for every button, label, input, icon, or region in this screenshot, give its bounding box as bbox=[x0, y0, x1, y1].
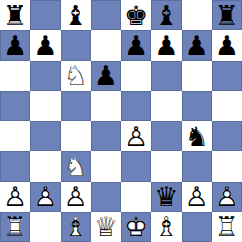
white-pawn-piece-outline: ♙ bbox=[215, 183, 239, 210]
square-a5[interactable] bbox=[0, 91, 30, 121]
square-c1[interactable]: ♝♗ bbox=[61, 212, 91, 242]
white-pawn-piece-outline: ♙ bbox=[124, 123, 148, 150]
square-e1[interactable]: ♚♔ bbox=[121, 212, 151, 242]
white-pawn-piece[interactable]: ♟♙ bbox=[61, 182, 91, 212]
square-f1[interactable]: ♝♗ bbox=[151, 212, 181, 242]
black-rook-piece[interactable]: ♜ bbox=[0, 0, 30, 30]
square-f8[interactable]: ♝ bbox=[151, 0, 181, 30]
square-b7[interactable]: ♟ bbox=[30, 30, 60, 60]
white-rook-piece[interactable]: ♜♖ bbox=[0, 212, 30, 242]
square-d1[interactable]: ♛♕ bbox=[91, 212, 121, 242]
square-c5[interactable] bbox=[61, 91, 91, 121]
black-knight-piece[interactable]: ♞ bbox=[182, 121, 212, 151]
square-d3[interactable] bbox=[91, 151, 121, 181]
square-a8[interactable]: ♜ bbox=[0, 0, 30, 30]
black-pawn-piece[interactable]: ♟ bbox=[91, 61, 121, 91]
square-c6[interactable]: ♞♘ bbox=[61, 61, 91, 91]
black-pawn-piece[interactable]: ♟ bbox=[151, 30, 181, 60]
square-d4[interactable] bbox=[91, 121, 121, 151]
square-d2[interactable] bbox=[91, 182, 121, 212]
white-pawn-piece-outline: ♙ bbox=[185, 183, 209, 210]
square-d8[interactable] bbox=[91, 0, 121, 30]
white-pawn-piece[interactable]: ♟♙ bbox=[0, 182, 30, 212]
square-f5[interactable] bbox=[151, 91, 181, 121]
square-h7[interactable]: ♟ bbox=[212, 30, 242, 60]
square-g8[interactable] bbox=[182, 0, 212, 30]
square-h2[interactable]: ♟♙ bbox=[212, 182, 242, 212]
white-bishop-piece[interactable]: ♝♗ bbox=[151, 212, 181, 242]
square-e2[interactable] bbox=[121, 182, 151, 212]
white-king-piece[interactable]: ♚♔ bbox=[121, 212, 151, 242]
square-c8[interactable]: ♝ bbox=[61, 0, 91, 30]
square-a3[interactable] bbox=[0, 151, 30, 181]
white-pawn-piece[interactable]: ♟♙ bbox=[30, 182, 60, 212]
black-pawn-piece[interactable]: ♟ bbox=[121, 30, 151, 60]
black-bishop-piece[interactable]: ♝ bbox=[61, 0, 91, 30]
square-g4[interactable]: ♞ bbox=[182, 121, 212, 151]
white-rook-piece-outline: ♖ bbox=[3, 213, 27, 240]
square-c2[interactable]: ♟♙ bbox=[61, 182, 91, 212]
square-h1[interactable]: ♜♖ bbox=[212, 212, 242, 242]
square-a4[interactable] bbox=[0, 121, 30, 151]
square-g1[interactable] bbox=[182, 212, 212, 242]
white-knight-piece-outline: ♘ bbox=[64, 62, 88, 89]
black-king-piece[interactable]: ♚ bbox=[121, 0, 151, 30]
square-g6[interactable] bbox=[182, 61, 212, 91]
square-b5[interactable] bbox=[30, 91, 60, 121]
square-d5[interactable] bbox=[91, 91, 121, 121]
square-b6[interactable] bbox=[30, 61, 60, 91]
white-pawn-piece-outline: ♙ bbox=[3, 183, 27, 210]
square-b2[interactable]: ♟♙ bbox=[30, 182, 60, 212]
white-king-piece-outline: ♔ bbox=[124, 213, 148, 240]
white-knight-piece[interactable]: ♞♘ bbox=[61, 61, 91, 91]
square-h5[interactable] bbox=[212, 91, 242, 121]
square-c4[interactable] bbox=[61, 121, 91, 151]
square-b8[interactable] bbox=[30, 0, 60, 30]
square-b1[interactable] bbox=[30, 212, 60, 242]
white-knight-piece-outline: ♘ bbox=[64, 153, 88, 180]
square-c3[interactable]: ♞♘ bbox=[61, 151, 91, 181]
square-h3[interactable] bbox=[212, 151, 242, 181]
square-b3[interactable] bbox=[30, 151, 60, 181]
square-a7[interactable]: ♟ bbox=[0, 30, 30, 60]
white-bishop-piece-outline: ♗ bbox=[64, 213, 88, 240]
chess-board: ♜♝♚♝♜♟♟♟♟♟♟♞♘♟♟♙♞♞♘♟♙♟♙♟♙♛♟♙♟♙♜♖♝♗♛♕♚♔♝♗… bbox=[0, 0, 242, 242]
white-pawn-piece-outline: ♙ bbox=[33, 183, 57, 210]
square-h8[interactable]: ♜ bbox=[212, 0, 242, 30]
square-g5[interactable] bbox=[182, 91, 212, 121]
black-pawn-piece[interactable]: ♟ bbox=[30, 30, 60, 60]
white-pawn-piece-outline: ♙ bbox=[64, 183, 88, 210]
square-f4[interactable] bbox=[151, 121, 181, 151]
square-c7[interactable] bbox=[61, 30, 91, 60]
white-queen-piece[interactable]: ♛♕ bbox=[91, 212, 121, 242]
square-e3[interactable] bbox=[121, 151, 151, 181]
square-d7[interactable] bbox=[91, 30, 121, 60]
white-pawn-piece[interactable]: ♟♙ bbox=[182, 182, 212, 212]
square-g2[interactable]: ♟♙ bbox=[182, 182, 212, 212]
white-pawn-piece[interactable]: ♟♙ bbox=[121, 121, 151, 151]
white-knight-piece[interactable]: ♞♘ bbox=[61, 151, 91, 181]
square-a2[interactable]: ♟♙ bbox=[0, 182, 30, 212]
square-h6[interactable] bbox=[212, 61, 242, 91]
black-bishop-piece[interactable]: ♝ bbox=[151, 0, 181, 30]
white-pawn-piece[interactable]: ♟♙ bbox=[212, 182, 242, 212]
white-bishop-piece-outline: ♗ bbox=[154, 213, 178, 240]
square-f7[interactable]: ♟ bbox=[151, 30, 181, 60]
square-e7[interactable]: ♟ bbox=[121, 30, 151, 60]
white-queen-piece-outline: ♕ bbox=[94, 213, 118, 240]
square-f3[interactable] bbox=[151, 151, 181, 181]
square-f2[interactable]: ♛ bbox=[151, 182, 181, 212]
black-queen-piece[interactable]: ♛ bbox=[151, 182, 181, 212]
black-pawn-piece[interactable]: ♟ bbox=[182, 30, 212, 60]
square-b4[interactable] bbox=[30, 121, 60, 151]
square-e8[interactable]: ♚ bbox=[121, 0, 151, 30]
square-g3[interactable] bbox=[182, 151, 212, 181]
square-e5[interactable] bbox=[121, 91, 151, 121]
black-pawn-piece[interactable]: ♟ bbox=[0, 30, 30, 60]
white-rook-piece-outline: ♖ bbox=[215, 213, 239, 240]
square-h4[interactable] bbox=[212, 121, 242, 151]
square-e4[interactable]: ♟♙ bbox=[121, 121, 151, 151]
black-pawn-piece[interactable]: ♟ bbox=[212, 30, 242, 60]
square-a1[interactable]: ♜♖ bbox=[0, 212, 30, 242]
square-d6[interactable]: ♟ bbox=[91, 61, 121, 91]
square-g7[interactable]: ♟ bbox=[182, 30, 212, 60]
square-e6[interactable] bbox=[121, 61, 151, 91]
square-a6[interactable] bbox=[0, 61, 30, 91]
white-bishop-piece[interactable]: ♝♗ bbox=[61, 212, 91, 242]
white-rook-piece[interactable]: ♜♖ bbox=[212, 212, 242, 242]
square-f6[interactable] bbox=[151, 61, 181, 91]
black-rook-piece[interactable]: ♜ bbox=[212, 0, 242, 30]
